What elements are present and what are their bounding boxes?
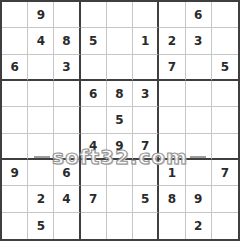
cell-r8c6[interactable]: 5: [133, 186, 159, 212]
cell-r6c7[interactable]: [159, 134, 185, 160]
cell-r7c3[interactable]: 6: [54, 160, 80, 186]
cell-r9c5[interactable]: [107, 213, 133, 239]
cell-r6c2[interactable]: [28, 134, 54, 160]
cell-r5c5[interactable]: 5: [107, 107, 133, 133]
cell-r6c6[interactable]: 7: [133, 134, 159, 160]
cell-r5c2[interactable]: [28, 107, 54, 133]
cell-r9c7[interactable]: [159, 213, 185, 239]
cell-r1c1[interactable]: [2, 2, 28, 28]
cell-r9c1[interactable]: [2, 213, 28, 239]
cell-r5c1[interactable]: [2, 107, 28, 133]
cell-r4c1[interactable]: [2, 81, 28, 107]
cell-r4c7[interactable]: [159, 81, 185, 107]
cell-r8c2[interactable]: 2: [28, 186, 54, 212]
sudoku-puzzle: 9648512363756835497961724758952 soft32.c…: [0, 0, 240, 241]
cell-r9c8[interactable]: 2: [186, 213, 212, 239]
cell-r9c2[interactable]: 5: [28, 213, 54, 239]
cell-r2c3[interactable]: 8: [54, 28, 80, 54]
cell-r3c6[interactable]: [133, 55, 159, 81]
sudoku-board: 9648512363756835497961724758952: [0, 0, 240, 241]
cell-r5c9[interactable]: [212, 107, 238, 133]
cell-r7c1[interactable]: 9: [2, 160, 28, 186]
cell-r1c9[interactable]: [212, 2, 238, 28]
cell-r2c9[interactable]: [212, 28, 238, 54]
cell-r9c4[interactable]: [81, 213, 107, 239]
cell-r4c5[interactable]: 8: [107, 81, 133, 107]
cell-r2c4[interactable]: 5: [81, 28, 107, 54]
cell-r6c1[interactable]: [2, 134, 28, 160]
cell-r2c7[interactable]: 2: [159, 28, 185, 54]
cell-r3c9[interactable]: 5: [212, 55, 238, 81]
cell-r8c9[interactable]: [212, 186, 238, 212]
cell-r1c3[interactable]: [54, 2, 80, 28]
cell-r5c8[interactable]: [186, 107, 212, 133]
cell-r1c7[interactable]: [159, 2, 185, 28]
cell-r9c3[interactable]: [54, 213, 80, 239]
cell-r9c6[interactable]: [133, 213, 159, 239]
cell-r2c5[interactable]: [107, 28, 133, 54]
cell-r3c7[interactable]: 7: [159, 55, 185, 81]
cell-r5c6[interactable]: [133, 107, 159, 133]
cell-r1c2[interactable]: 9: [28, 2, 54, 28]
cell-r1c5[interactable]: [107, 2, 133, 28]
cell-r2c1[interactable]: [2, 28, 28, 54]
cell-r3c3[interactable]: 3: [54, 55, 80, 81]
cell-r6c3[interactable]: [54, 134, 80, 160]
cell-r8c8[interactable]: 9: [186, 186, 212, 212]
cell-r4c4[interactable]: 6: [81, 81, 107, 107]
cell-r1c6[interactable]: [133, 2, 159, 28]
cell-r8c5[interactable]: [107, 186, 133, 212]
cell-r6c8[interactable]: [186, 134, 212, 160]
cell-r7c7[interactable]: 1: [159, 160, 185, 186]
cell-r8c3[interactable]: 4: [54, 186, 80, 212]
cell-r5c3[interactable]: [54, 107, 80, 133]
cell-r3c4[interactable]: [81, 55, 107, 81]
cell-r7c9[interactable]: 7: [212, 160, 238, 186]
cell-r5c7[interactable]: [159, 107, 185, 133]
cell-r1c8[interactable]: 6: [186, 2, 212, 28]
cell-r2c6[interactable]: 1: [133, 28, 159, 54]
cell-r3c5[interactable]: [107, 55, 133, 81]
cell-r4c9[interactable]: [212, 81, 238, 107]
cell-r4c8[interactable]: [186, 81, 212, 107]
cell-r8c7[interactable]: 8: [159, 186, 185, 212]
cell-r4c2[interactable]: [28, 81, 54, 107]
cell-r7c5[interactable]: [107, 160, 133, 186]
cell-r6c5[interactable]: 9: [107, 134, 133, 160]
cell-r3c2[interactable]: [28, 55, 54, 81]
cell-r7c2[interactable]: [28, 160, 54, 186]
cell-r7c8[interactable]: [186, 160, 212, 186]
cell-r4c3[interactable]: [54, 81, 80, 107]
cell-r7c6[interactable]: [133, 160, 159, 186]
cell-r3c1[interactable]: 6: [2, 55, 28, 81]
cell-r2c8[interactable]: 3: [186, 28, 212, 54]
cell-r2c2[interactable]: 4: [28, 28, 54, 54]
cell-r4c6[interactable]: 3: [133, 81, 159, 107]
cell-r6c4[interactable]: 4: [81, 134, 107, 160]
cell-r8c1[interactable]: [2, 186, 28, 212]
cell-r6c9[interactable]: [212, 134, 238, 160]
cell-r3c8[interactable]: [186, 55, 212, 81]
cell-r7c4[interactable]: [81, 160, 107, 186]
cell-r9c9[interactable]: [212, 213, 238, 239]
cell-r8c4[interactable]: 7: [81, 186, 107, 212]
cell-r5c4[interactable]: [81, 107, 107, 133]
cell-r1c4[interactable]: [81, 2, 107, 28]
